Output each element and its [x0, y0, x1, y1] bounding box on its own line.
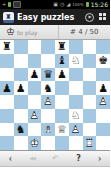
first-move-button[interactable]: ◀◀: [29, 156, 35, 161]
square-g8[interactable]: [83, 40, 97, 54]
square-d8[interactable]: [41, 40, 55, 54]
square-g5[interactable]: [83, 81, 97, 95]
black-pawn: ♟: [2, 83, 12, 94]
square-h1[interactable]: [96, 136, 110, 150]
square-c7[interactable]: [28, 54, 42, 68]
undo-button[interactable]: ↶: [52, 155, 59, 163]
square-h3[interactable]: [96, 109, 110, 123]
white-rook: ♜♖: [84, 138, 94, 149]
square-b5[interactable]: ♟: [14, 81, 28, 95]
square-d1[interactable]: [41, 136, 55, 150]
battery-percent: 100%: [72, 2, 83, 7]
white-pawn: ♟♙: [43, 96, 53, 107]
black-knight: ♞: [43, 83, 53, 94]
square-e8[interactable]: ♜: [55, 40, 69, 54]
signal-icon: ◢: [66, 2, 70, 7]
white-bishop: ♝♗: [43, 124, 53, 135]
white-pawn: ♟♙: [98, 96, 108, 107]
app-window: + ▣ ◷ ◢ 100% 15:26 ♜ Easy puzzles ▶ ♔ to…: [0, 0, 110, 183]
hint-button[interactable]: ?: [76, 155, 81, 163]
square-c6[interactable]: ♟: [28, 68, 42, 82]
square-f6[interactable]: [69, 68, 83, 82]
white-pawn: ♟♙: [29, 110, 39, 121]
square-g4[interactable]: [83, 95, 97, 109]
square-d4[interactable]: ♟♙: [41, 95, 55, 109]
square-f7[interactable]: ♞♘: [69, 54, 83, 68]
black-pawn: ♟: [57, 69, 67, 80]
black-queen: ♛: [43, 69, 53, 80]
square-h4[interactable]: ♟♙: [96, 95, 110, 109]
back-button[interactable]: ‹: [9, 154, 12, 164]
clock-time: 15:26: [91, 1, 108, 8]
square-e5[interactable]: [55, 81, 69, 95]
square-e4[interactable]: [55, 95, 69, 109]
square-g2[interactable]: [83, 123, 97, 137]
square-a4[interactable]: [0, 95, 14, 109]
puzzle-info-bar: ♔ to play # 4 / 50: [0, 25, 110, 40]
puzzle-counter-label: # 4 / 50: [70, 28, 98, 36]
app-icon: ♜: [3, 12, 14, 23]
square-c2[interactable]: [28, 123, 42, 137]
battery-icon: [86, 2, 89, 7]
usb-icon: +: [2, 2, 6, 7]
bottom-whitespace: [0, 167, 110, 183]
square-c8[interactable]: [28, 40, 42, 54]
square-d2[interactable]: ♝♗: [41, 123, 55, 137]
status-bar: + ▣ ◷ ◢ 100% 15:26: [0, 0, 110, 9]
white-knight: ♞♘: [71, 55, 81, 66]
square-f2[interactable]: ♟♙: [69, 123, 83, 137]
square-h2[interactable]: [96, 123, 110, 137]
square-g6[interactable]: [83, 68, 97, 82]
square-b2[interactable]: ♞: [14, 123, 28, 137]
grid-square: [103, 17, 106, 20]
square-g3[interactable]: [83, 109, 97, 123]
grid-square: [99, 13, 102, 16]
square-f8[interactable]: [69, 40, 83, 54]
square-a2[interactable]: [0, 123, 14, 137]
black-king: ♚: [98, 55, 108, 66]
square-f1[interactable]: [69, 136, 83, 150]
square-e1[interactable]: [55, 136, 69, 150]
white-queen: ♛♕: [57, 124, 67, 135]
square-b8[interactable]: [14, 40, 28, 54]
side-to-play: ♔ to play: [0, 25, 59, 39]
square-g1[interactable]: ♜♖: [83, 136, 97, 150]
nfc-icon: ▣: [53, 2, 58, 7]
square-d6[interactable]: ♛: [41, 68, 55, 82]
page-title: Easy puzzles: [17, 13, 82, 22]
square-d3[interactable]: [41, 109, 55, 123]
square-h5[interactable]: ♟: [96, 81, 110, 95]
black-pawn: ♟: [29, 69, 39, 80]
action-bar: ♜ Easy puzzles ▶: [0, 9, 110, 25]
to-play-label: to play: [17, 29, 38, 36]
square-h7[interactable]: ♚: [96, 54, 110, 68]
square-a1[interactable]: [0, 136, 14, 150]
grid-square: [103, 13, 106, 16]
square-f5[interactable]: [69, 81, 83, 95]
bottom-toolbar: ‹ ◀◀ ↶ ? ›: [0, 150, 110, 167]
square-a6[interactable]: [0, 68, 14, 82]
black-bishop: ♝: [57, 55, 67, 66]
grid-icon[interactable]: [99, 13, 107, 21]
black-pawn: ♟: [16, 83, 26, 94]
chess-board[interactable]: ♜♜♝♞♘♚♟♛♟♟♟♞♟♟♙♟♙♟♙♞♘♞♝♗♛♕♟♙♚♔♜♖: [0, 40, 110, 150]
square-a8[interactable]: ♜: [0, 40, 14, 54]
square-b3[interactable]: [14, 109, 28, 123]
alarm-icon: ◷: [60, 2, 64, 7]
square-a5[interactable]: ♟: [0, 81, 14, 95]
black-rook: ♜: [57, 41, 67, 52]
square-e2[interactable]: ♛♕: [55, 123, 69, 137]
square-c1[interactable]: ♚♔: [28, 136, 42, 150]
square-a3[interactable]: [0, 109, 14, 123]
square-a7[interactable]: [0, 54, 14, 68]
square-b6[interactable]: [14, 68, 28, 82]
square-d5[interactable]: ♞: [41, 81, 55, 95]
square-e6[interactable]: ♟: [55, 68, 69, 82]
square-e3[interactable]: [55, 109, 69, 123]
square-f4[interactable]: [69, 95, 83, 109]
next-button[interactable]: ›: [98, 154, 101, 164]
square-h6[interactable]: [96, 68, 110, 82]
square-f3[interactable]: ♞♘: [69, 109, 83, 123]
square-b4[interactable]: [14, 95, 28, 109]
white-pawn: ♟♙: [71, 124, 81, 135]
square-b7[interactable]: [14, 54, 28, 68]
black-pawn: ♟: [98, 83, 108, 94]
square-c3[interactable]: ♟♙: [28, 109, 42, 123]
puzzle-counter: # 4 / 50: [59, 25, 111, 39]
square-c4[interactable]: [28, 95, 42, 109]
battery-icon: [8, 2, 11, 7]
white-king: ♚♔: [29, 138, 39, 149]
square-c5[interactable]: [28, 81, 42, 95]
white-knight: ♞♘: [71, 110, 81, 121]
status-icons-left: +: [2, 1, 21, 8]
status-icons-right: ▣ ◷ ◢ 100% 15:26: [53, 1, 108, 8]
square-g7[interactable]: [83, 54, 97, 68]
white-king-icon: ♔: [6, 27, 15, 37]
camera-icon: [13, 1, 21, 8]
square-h8[interactable]: [96, 40, 110, 54]
square-e7[interactable]: ♝: [55, 54, 69, 68]
play-circle-icon[interactable]: ▶: [85, 13, 94, 22]
square-b1[interactable]: [14, 136, 28, 150]
square-d7[interactable]: [41, 54, 55, 68]
grid-square: [99, 17, 102, 20]
black-knight: ♞: [16, 124, 26, 135]
black-rook: ♜: [2, 41, 12, 52]
